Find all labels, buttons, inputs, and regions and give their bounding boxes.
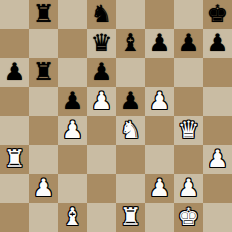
white-queen-icon: ♛	[178, 116, 200, 145]
square-e5[interactable]: ♟	[116, 87, 145, 116]
square-b6[interactable]: ♜	[29, 58, 58, 87]
square-h4[interactable]	[203, 116, 232, 145]
black-king-icon: ♚	[207, 0, 229, 29]
square-a7[interactable]	[0, 29, 29, 58]
black-rook-icon: ♜	[33, 0, 55, 29]
square-h5[interactable]	[203, 87, 232, 116]
square-b1[interactable]	[29, 203, 58, 232]
square-a8[interactable]	[0, 0, 29, 29]
square-f6[interactable]	[145, 58, 174, 87]
black-pawn-icon: ♟	[207, 29, 229, 58]
square-f7[interactable]: ♟	[145, 29, 174, 58]
square-d1[interactable]	[87, 203, 116, 232]
square-h7[interactable]: ♟	[203, 29, 232, 58]
square-e3[interactable]	[116, 145, 145, 174]
square-c2[interactable]	[58, 174, 87, 203]
square-b7[interactable]	[29, 29, 58, 58]
square-b5[interactable]	[29, 87, 58, 116]
square-e2[interactable]	[116, 174, 145, 203]
square-c3[interactable]	[58, 145, 87, 174]
white-pawn-icon: ♟	[91, 87, 113, 116]
square-e6[interactable]	[116, 58, 145, 87]
square-b2[interactable]: ♟	[29, 174, 58, 203]
square-f2[interactable]: ♟	[145, 174, 174, 203]
square-h2[interactable]	[203, 174, 232, 203]
chess-board: ♜♞♚♛♝♟♟♟♟♜♟♟♟♟♟♟♞♛♜♟♟♟♟♝♜♚	[0, 0, 232, 232]
black-bishop-icon: ♝	[120, 29, 142, 58]
square-g7[interactable]: ♟	[174, 29, 203, 58]
square-d7[interactable]: ♛	[87, 29, 116, 58]
white-pawn-icon: ♟	[149, 87, 171, 116]
white-bishop-icon: ♝	[62, 203, 84, 232]
square-a4[interactable]	[0, 116, 29, 145]
square-c7[interactable]	[58, 29, 87, 58]
square-g2[interactable]: ♟	[174, 174, 203, 203]
white-king-icon: ♚	[178, 203, 200, 232]
black-pawn-icon: ♟	[91, 58, 113, 87]
square-g3[interactable]	[174, 145, 203, 174]
square-c6[interactable]	[58, 58, 87, 87]
black-knight-icon: ♞	[91, 0, 113, 29]
square-h6[interactable]	[203, 58, 232, 87]
square-d3[interactable]	[87, 145, 116, 174]
white-pawn-icon: ♟	[207, 145, 229, 174]
square-c4[interactable]: ♟	[58, 116, 87, 145]
black-rook-icon: ♜	[33, 58, 55, 87]
square-b8[interactable]: ♜	[29, 0, 58, 29]
black-pawn-icon: ♟	[178, 29, 200, 58]
square-b3[interactable]	[29, 145, 58, 174]
black-pawn-icon: ♟	[62, 87, 84, 116]
square-a1[interactable]	[0, 203, 29, 232]
square-d6[interactable]: ♟	[87, 58, 116, 87]
square-e1[interactable]: ♜	[116, 203, 145, 232]
square-a3[interactable]: ♜	[0, 145, 29, 174]
square-d5[interactable]: ♟	[87, 87, 116, 116]
white-pawn-icon: ♟	[178, 174, 200, 203]
black-pawn-icon: ♟	[120, 87, 142, 116]
black-queen-icon: ♛	[91, 29, 113, 58]
square-e4[interactable]: ♞	[116, 116, 145, 145]
square-f5[interactable]: ♟	[145, 87, 174, 116]
square-d2[interactable]	[87, 174, 116, 203]
square-b4[interactable]	[29, 116, 58, 145]
black-pawn-icon: ♟	[4, 58, 26, 87]
square-f8[interactable]	[145, 0, 174, 29]
white-pawn-icon: ♟	[33, 174, 55, 203]
white-rook-icon: ♜	[4, 145, 26, 174]
square-h8[interactable]: ♚	[203, 0, 232, 29]
square-f3[interactable]	[145, 145, 174, 174]
square-g5[interactable]	[174, 87, 203, 116]
square-f1[interactable]	[145, 203, 174, 232]
square-d4[interactable]	[87, 116, 116, 145]
square-h3[interactable]: ♟	[203, 145, 232, 174]
square-e7[interactable]: ♝	[116, 29, 145, 58]
square-a2[interactable]	[0, 174, 29, 203]
white-knight-icon: ♞	[120, 116, 142, 145]
square-a6[interactable]: ♟	[0, 58, 29, 87]
square-g8[interactable]	[174, 0, 203, 29]
white-pawn-icon: ♟	[149, 174, 171, 203]
square-e8[interactable]	[116, 0, 145, 29]
square-a5[interactable]	[0, 87, 29, 116]
square-d8[interactable]: ♞	[87, 0, 116, 29]
black-pawn-icon: ♟	[149, 29, 171, 58]
square-c1[interactable]: ♝	[58, 203, 87, 232]
white-rook-icon: ♜	[120, 203, 142, 232]
square-c5[interactable]: ♟	[58, 87, 87, 116]
square-h1[interactable]	[203, 203, 232, 232]
white-pawn-icon: ♟	[62, 116, 84, 145]
square-g4[interactable]: ♛	[174, 116, 203, 145]
square-c8[interactable]	[58, 0, 87, 29]
square-g1[interactable]: ♚	[174, 203, 203, 232]
square-g6[interactable]	[174, 58, 203, 87]
square-f4[interactable]	[145, 116, 174, 145]
